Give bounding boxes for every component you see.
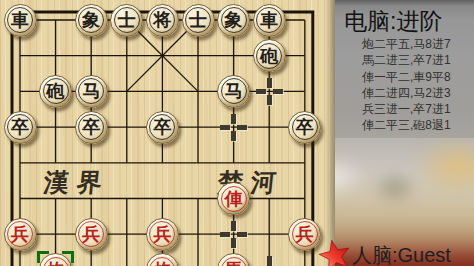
point-marker xyxy=(220,221,247,248)
river-label-left: 漢界 xyxy=(42,166,111,199)
piece-glyph: 卒 xyxy=(296,118,314,136)
piece-glyph: 将 xyxy=(153,11,171,29)
piece-black-cannon[interactable]: 砲 xyxy=(253,39,286,72)
piece-glyph: 象 xyxy=(225,11,243,29)
piece-black-horse[interactable]: 马 xyxy=(217,75,250,108)
piece-glyph: 兵 xyxy=(153,225,171,243)
piece-red-soldier[interactable]: 兵 xyxy=(4,218,37,251)
piece-black-soldier[interactable]: 卒 xyxy=(4,111,37,144)
piece-glyph: 砲 xyxy=(260,47,278,65)
board-panel-shadow xyxy=(325,0,335,266)
point-marker xyxy=(256,256,283,266)
piece-red-soldier[interactable]: 兵 xyxy=(146,218,179,251)
move-row: 炮二平五,马8进7 xyxy=(362,36,451,52)
piece-glyph: 马 xyxy=(82,82,100,100)
selection-bracket xyxy=(37,251,74,266)
move-row: 俥二进四,马2进3 xyxy=(362,85,451,101)
move-row: 馬二进三,卒7进1 xyxy=(362,52,451,68)
piece-glyph: 炮 xyxy=(153,261,171,266)
piece-glyph: 馬 xyxy=(225,261,243,266)
piece-red-soldier[interactable]: 兵 xyxy=(288,218,321,251)
piece-glyph: 马 xyxy=(225,82,243,100)
piece-glyph: 卒 xyxy=(82,118,100,136)
piece-black-horse[interactable]: 马 xyxy=(75,75,108,108)
piece-black-elephant[interactable]: 象 xyxy=(75,4,108,37)
piece-black-general[interactable]: 将 xyxy=(146,4,179,37)
piece-black-chariot[interactable]: 車 xyxy=(253,4,286,37)
app-window: 漢界 楚河 車象士将士象車砲砲马马卒卒卒卒俥兵兵兵兵炮炮馬 电脑:进阶 炮二平五… xyxy=(0,0,474,266)
piece-glyph: 兵 xyxy=(82,225,100,243)
piece-black-soldier[interactable]: 卒 xyxy=(75,111,108,144)
piece-black-advisor[interactable]: 士 xyxy=(182,4,215,37)
piece-black-chariot[interactable]: 車 xyxy=(4,4,37,37)
human-player-label: 人脑:Guest xyxy=(352,242,451,266)
piece-black-elephant[interactable]: 象 xyxy=(217,4,250,37)
piece-glyph: 象 xyxy=(82,11,100,29)
piece-black-soldier[interactable]: 卒 xyxy=(146,111,179,144)
piece-glyph: 車 xyxy=(260,11,278,29)
move-row: 兵三进一,卒7进1 xyxy=(362,101,451,117)
piece-glyph: 兵 xyxy=(11,225,29,243)
piece-glyph: 車 xyxy=(11,11,29,29)
red-star-icon xyxy=(318,239,352,266)
piece-glyph: 士 xyxy=(189,11,207,29)
piece-black-cannon[interactable]: 砲 xyxy=(39,75,72,108)
piece-glyph: 兵 xyxy=(296,225,314,243)
piece-glyph: 卒 xyxy=(11,118,29,136)
point-marker xyxy=(256,78,283,105)
piece-glyph: 卒 xyxy=(153,118,171,136)
piece-red-soldier[interactable]: 兵 xyxy=(75,218,108,251)
piece-glyph: 俥 xyxy=(225,190,243,208)
move-row: 俥二平三,砲8退1 xyxy=(362,117,451,133)
piece-glyph: 士 xyxy=(118,11,136,29)
move-row: 俥一平二,車9平8 xyxy=(362,69,451,85)
piece-black-advisor[interactable]: 士 xyxy=(110,4,143,37)
piece-black-soldier[interactable]: 卒 xyxy=(288,111,321,144)
point-marker xyxy=(220,114,247,141)
piece-glyph: 砲 xyxy=(47,82,65,100)
piece-red-chariot[interactable]: 俥 xyxy=(217,182,250,215)
side-panel: 电脑:进阶 炮二平五,马8进7馬二进三,卒7进1俥一平二,車9平8俥二进四,马2… xyxy=(335,0,474,266)
computer-level-title: 电脑:进阶 xyxy=(344,6,442,37)
move-list: 炮二平五,马8进7馬二进三,卒7进1俥一平二,車9平8俥二进四,马2进3兵三进一… xyxy=(362,36,451,134)
xiangqi-board[interactable]: 漢界 楚河 車象士将士象車砲砲马马卒卒卒卒俥兵兵兵兵炮炮馬 xyxy=(0,0,335,266)
